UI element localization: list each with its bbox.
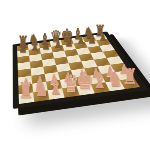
piece-white-bishop-f1: ♝	[92, 69, 108, 91]
piece-black-pawn-f7: ♟	[77, 36, 85, 47]
piece-black-pawn-h7: ♟	[99, 33, 107, 44]
piece-white-knight-b1: ♞	[33, 77, 49, 99]
piece-black-pawn-b7: ♟	[31, 42, 39, 53]
piece-white-bishop-c1: ♝	[48, 75, 64, 97]
piece-white-knight-g1: ♞	[107, 67, 123, 89]
piece-black-pawn-g7: ♟	[88, 34, 96, 45]
piece-black-pawn-c7: ♟	[42, 41, 50, 52]
piece-black-pawn-e7: ♟	[65, 38, 73, 49]
piece-black-pawn-d7: ♟	[54, 39, 62, 50]
piece-white-rook-h1: ♜	[122, 64, 138, 86]
chess-set-photo: ♜♞♝♛♚♝♞♜♟♟♟♟♟♟♟♟♟♟♟♟♟♟♟♟♜♞♝♛♚♝♞♜	[0, 0, 150, 149]
piece-white-rook-a1: ♜	[18, 79, 34, 101]
pieces-layer: ♜♞♝♛♚♝♞♜♟♟♟♟♟♟♟♟♟♟♟♟♟♟♟♟♜♞♝♛♚♝♞♜	[0, 0, 150, 149]
piece-black-pawn-a7: ♟	[19, 44, 27, 55]
